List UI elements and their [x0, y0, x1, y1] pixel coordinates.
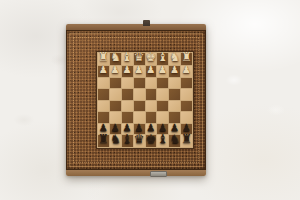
square-r3c4[interactable] [146, 89, 157, 100]
square-r7c1[interactable]: ♞ [110, 135, 121, 147]
square-r3c3[interactable] [134, 89, 145, 100]
piece-black-pawn[interactable]: ♟ [123, 123, 132, 133]
piece-white-bishop[interactable]: ♝ [122, 51, 133, 63]
square-r7c0[interactable]: ♜ [98, 135, 109, 147]
piece-white-pawn[interactable]: ♟ [170, 65, 179, 75]
square-r6c2[interactable]: ♟ [122, 124, 133, 135]
square-r3c6[interactable] [169, 89, 180, 100]
square-r4c7[interactable] [181, 101, 192, 112]
piece-black-knight[interactable]: ♞ [169, 133, 180, 145]
square-r7c5[interactable]: ♝ [157, 135, 168, 147]
piece-black-pawn[interactable]: ♟ [146, 123, 155, 133]
square-r4c2[interactable] [122, 101, 133, 112]
piece-white-rook[interactable]: ♜ [181, 51, 192, 63]
square-r6c6[interactable]: ♟ [169, 124, 180, 135]
piece-black-pawn[interactable]: ♟ [182, 123, 191, 133]
square-r4c0[interactable] [98, 101, 109, 112]
square-r7c2[interactable]: ♝ [122, 135, 133, 147]
square-r4c6[interactable] [169, 101, 180, 112]
square-r0c4[interactable]: ♚ [146, 53, 157, 65]
piece-black-pawn[interactable]: ♟ [111, 123, 120, 133]
square-r3c0[interactable] [98, 89, 109, 100]
piece-black-pawn[interactable]: ♟ [158, 123, 167, 133]
square-r6c3[interactable]: ♟ [134, 124, 145, 135]
square-r2c2[interactable] [122, 78, 133, 89]
square-r1c2[interactable]: ♟ [122, 66, 133, 77]
square-r2c7[interactable] [181, 78, 192, 89]
square-r5c6[interactable] [169, 112, 180, 123]
square-r0c6[interactable]: ♞ [169, 53, 180, 65]
piece-black-queen[interactable]: ♛ [134, 133, 145, 145]
piece-black-rook[interactable]: ♜ [98, 133, 109, 145]
square-r1c1[interactable]: ♟ [110, 66, 121, 77]
chess-board: ♜♞♝♛♚♝♞♜♟♟♟♟♟♟♟♟♟♟♟♟♟♟♟♟♜♞♝♛♚♝♞♜ [66, 24, 206, 176]
piece-black-knight[interactable]: ♞ [110, 133, 121, 145]
piece-black-bishop[interactable]: ♝ [122, 133, 133, 145]
piece-black-pawn[interactable]: ♟ [99, 123, 108, 133]
piece-white-knight[interactable]: ♞ [169, 51, 180, 63]
piece-white-pawn[interactable]: ♟ [123, 65, 132, 75]
square-r2c6[interactable] [169, 78, 180, 89]
square-r0c7[interactable]: ♜ [181, 53, 192, 65]
photo-scene: ♜♞♝♛♚♝♞♜♟♟♟♟♟♟♟♟♟♟♟♟♟♟♟♟♜♞♝♛♚♝♞♜ [0, 0, 300, 200]
square-r3c2[interactable] [122, 89, 133, 100]
square-r4c4[interactable] [146, 101, 157, 112]
piece-white-pawn[interactable]: ♟ [111, 65, 120, 75]
square-r1c4[interactable]: ♟ [146, 66, 157, 77]
piece-black-pawn[interactable]: ♟ [170, 123, 179, 133]
square-r0c0[interactable]: ♜ [98, 53, 109, 65]
piece-white-pawn[interactable]: ♟ [158, 65, 167, 75]
square-r3c5[interactable] [157, 89, 168, 100]
piece-white-queen[interactable]: ♛ [134, 51, 145, 63]
square-r1c6[interactable]: ♟ [169, 66, 180, 77]
square-r0c1[interactable]: ♞ [110, 53, 121, 65]
piece-white-pawn[interactable]: ♟ [135, 65, 144, 75]
square-r7c7[interactable]: ♜ [181, 135, 192, 147]
square-r2c4[interactable] [146, 78, 157, 89]
square-r5c3[interactable] [134, 112, 145, 123]
hinge-icon [143, 20, 150, 26]
chess-grid: ♜♞♝♛♚♝♞♜♟♟♟♟♟♟♟♟♟♟♟♟♟♟♟♟♜♞♝♛♚♝♞♜ [97, 52, 193, 148]
square-r7c3[interactable]: ♛ [134, 135, 145, 147]
square-r7c4[interactable]: ♚ [146, 135, 157, 147]
square-r6c4[interactable]: ♟ [146, 124, 157, 135]
piece-white-pawn[interactable]: ♟ [182, 65, 191, 75]
square-r0c2[interactable]: ♝ [122, 53, 133, 65]
piece-black-bishop[interactable]: ♝ [157, 133, 168, 145]
square-r3c7[interactable] [181, 89, 192, 100]
square-r6c0[interactable]: ♟ [98, 124, 109, 135]
square-r1c7[interactable]: ♟ [181, 66, 192, 77]
square-r6c1[interactable]: ♟ [110, 124, 121, 135]
square-r5c2[interactable] [122, 112, 133, 123]
piece-black-rook[interactable]: ♜ [181, 133, 192, 145]
square-r6c7[interactable]: ♟ [181, 124, 192, 135]
square-r1c5[interactable]: ♟ [157, 66, 168, 77]
square-r5c1[interactable] [110, 112, 121, 123]
square-r4c5[interactable] [157, 101, 168, 112]
square-r5c7[interactable] [181, 112, 192, 123]
square-r6c5[interactable]: ♟ [157, 124, 168, 135]
carved-border: ♜♞♝♛♚♝♞♜♟♟♟♟♟♟♟♟♟♟♟♟♟♟♟♟♜♞♝♛♚♝♞♜ [66, 30, 206, 170]
square-r2c1[interactable] [110, 78, 121, 89]
piece-white-bishop[interactable]: ♝ [157, 51, 168, 63]
piece-white-rook[interactable]: ♜ [98, 51, 109, 63]
square-r1c3[interactable]: ♟ [134, 66, 145, 77]
square-r5c4[interactable] [146, 112, 157, 123]
clasp-icon [150, 171, 167, 177]
square-r7c6[interactable]: ♞ [169, 135, 180, 147]
square-r1c0[interactable]: ♟ [98, 66, 109, 77]
piece-white-knight[interactable]: ♞ [110, 51, 121, 63]
piece-white-pawn[interactable]: ♟ [146, 65, 155, 75]
square-r4c1[interactable] [110, 101, 121, 112]
square-r5c0[interactable] [98, 112, 109, 123]
square-r0c5[interactable]: ♝ [157, 53, 168, 65]
piece-white-pawn[interactable]: ♟ [99, 65, 108, 75]
piece-black-pawn[interactable]: ♟ [135, 123, 144, 133]
square-r2c0[interactable] [98, 78, 109, 89]
square-r2c3[interactable] [134, 78, 145, 89]
square-r3c1[interactable] [110, 89, 121, 100]
square-r2c5[interactable] [157, 78, 168, 89]
board-bottom-edge [66, 170, 206, 176]
square-r5c5[interactable] [157, 112, 168, 123]
piece-white-king[interactable]: ♚ [146, 51, 157, 63]
square-r4c3[interactable] [134, 101, 145, 112]
square-r0c3[interactable]: ♛ [134, 53, 145, 65]
piece-black-king[interactable]: ♚ [146, 133, 157, 145]
